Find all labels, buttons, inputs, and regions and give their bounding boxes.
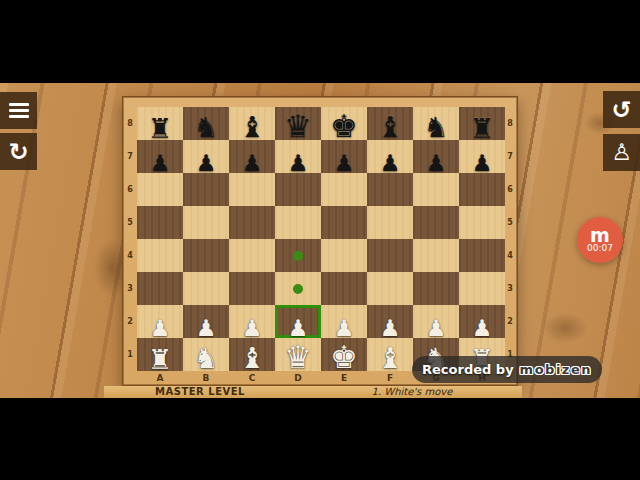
rank-label-6-left: 6	[123, 173, 137, 206]
piece-white-pawn-h2[interactable]: ♟	[459, 317, 505, 340]
rotate-board-icon: ↻	[8, 140, 28, 164]
hamburger-menu-icon	[9, 109, 29, 112]
piece-white-pawn-b2[interactable]: ♟	[183, 317, 229, 340]
square-e3[interactable]	[321, 272, 367, 305]
piece-black-bishop-c8[interactable]: ♝	[229, 113, 275, 142]
square-e6[interactable]	[321, 173, 367, 206]
rank-label-4-right: 4	[503, 239, 517, 272]
flip-board-button[interactable]: ↻	[0, 133, 37, 170]
square-b1[interactable]: ♞	[183, 338, 229, 371]
mobizen-wordmark: mobizen	[520, 362, 592, 377]
square-c2[interactable]: ♟	[229, 305, 275, 338]
file-label-b: B	[183, 371, 229, 385]
rank-label-1-left: 1	[123, 338, 137, 371]
square-h8[interactable]: ♜	[459, 107, 505, 140]
square-d8[interactable]: ♛	[275, 107, 321, 140]
undo-arrow-icon: ↺	[611, 98, 631, 122]
piece-black-queen-d8[interactable]: ♛	[275, 111, 321, 142]
square-e7[interactable]: ♟	[321, 140, 367, 173]
rank-label-3-left: 3	[123, 272, 137, 305]
recorded-by-badge: Recorded by mobizen	[412, 356, 602, 383]
square-a7[interactable]: ♟	[137, 140, 183, 173]
square-c5[interactable]	[229, 206, 275, 239]
square-d2[interactable]: ♟	[275, 305, 321, 338]
square-h6[interactable]	[459, 173, 505, 206]
piece-black-rook-a8[interactable]: ♜	[137, 115, 183, 142]
rank-labels-left: 87654321	[123, 107, 137, 371]
piece-black-bishop-f8[interactable]: ♝	[367, 113, 413, 142]
square-a4[interactable]	[137, 239, 183, 272]
square-d1[interactable]: ♛	[275, 338, 321, 371]
square-h2[interactable]: ♟	[459, 305, 505, 338]
square-g8[interactable]: ♞	[413, 107, 459, 140]
piece-white-pawn-a2[interactable]: ♟	[137, 317, 183, 340]
square-b2[interactable]: ♟	[183, 305, 229, 338]
rank-label-5-left: 5	[123, 206, 137, 239]
pawn-player-icon: ♙	[611, 141, 632, 164]
square-e4[interactable]	[321, 239, 367, 272]
piece-black-knight-b8[interactable]: ♞	[183, 114, 229, 142]
square-h4[interactable]	[459, 239, 505, 272]
square-a8[interactable]: ♜	[137, 107, 183, 140]
piece-white-pawn-f2[interactable]: ♟	[367, 317, 413, 340]
piece-white-knight-b1[interactable]: ♞	[183, 345, 229, 373]
square-g6[interactable]	[413, 173, 459, 206]
square-f6[interactable]	[367, 173, 413, 206]
square-c8[interactable]: ♝	[229, 107, 275, 140]
square-f4[interactable]	[367, 239, 413, 272]
mobizen-logo-icon: m	[590, 227, 610, 244]
square-g4[interactable]	[413, 239, 459, 272]
rank-labels-right: 87654321	[503, 107, 517, 371]
piece-black-pawn-a7[interactable]: ♟	[137, 152, 183, 175]
square-d7[interactable]: ♟	[275, 140, 321, 173]
square-d4[interactable]	[275, 239, 321, 272]
square-f3[interactable]	[367, 272, 413, 305]
rank-label-7-left: 7	[123, 140, 137, 173]
file-label-f: F	[367, 371, 413, 385]
difficulty-level-label: MASTER LEVEL	[155, 386, 245, 398]
file-label-c: C	[229, 371, 275, 385]
mobizen-recorder-bubble[interactable]: m 00:07	[577, 217, 623, 263]
square-f2[interactable]: ♟	[367, 305, 413, 338]
piece-black-pawn-h7[interactable]: ♟	[459, 152, 505, 175]
rank-label-7-right: 7	[503, 140, 517, 173]
square-b5[interactable]	[183, 206, 229, 239]
square-c3[interactable]	[229, 272, 275, 305]
app-screen: ♜♞♝♛♚♝♞♜♟♟♟♟♟♟♟♟♟♟♟♟♟♟♟♟♜♞♝♛♚♝♞♜ 8765432…	[0, 0, 640, 480]
piece-white-pawn-d2[interactable]: ♟	[275, 317, 321, 340]
square-g2[interactable]: ♟	[413, 305, 459, 338]
square-h5[interactable]	[459, 206, 505, 239]
rank-label-8-right: 8	[503, 107, 517, 140]
rank-label-8-left: 8	[123, 107, 137, 140]
piece-black-knight-g8[interactable]: ♞	[413, 114, 459, 142]
square-a6[interactable]	[137, 173, 183, 206]
piece-white-pawn-c2[interactable]: ♟	[229, 317, 275, 340]
move-hint-dot-d4[interactable]	[293, 251, 303, 261]
square-g7[interactable]: ♟	[413, 140, 459, 173]
file-label-e: E	[321, 371, 367, 385]
recorded-by-text: Recorded by	[422, 362, 514, 377]
square-f1[interactable]: ♝	[367, 338, 413, 371]
square-c6[interactable]	[229, 173, 275, 206]
menu-button[interactable]	[0, 92, 37, 129]
square-c7[interactable]: ♟	[229, 140, 275, 173]
square-g3[interactable]	[413, 272, 459, 305]
square-g5[interactable]	[413, 206, 459, 239]
square-e8[interactable]: ♚	[321, 107, 367, 140]
square-f8[interactable]: ♝	[367, 107, 413, 140]
square-b7[interactable]: ♟	[183, 140, 229, 173]
square-b4[interactable]	[183, 239, 229, 272]
square-b3[interactable]	[183, 272, 229, 305]
square-a5[interactable]	[137, 206, 183, 239]
square-c4[interactable]	[229, 239, 275, 272]
piece-black-pawn-d7[interactable]: ♟	[275, 152, 321, 175]
piece-black-pawn-f7[interactable]: ♟	[367, 152, 413, 175]
square-f5[interactable]	[367, 206, 413, 239]
square-a3[interactable]	[137, 272, 183, 305]
rank-label-2-right: 2	[503, 305, 517, 338]
player-button[interactable]: ♙	[603, 134, 640, 171]
move-status-label: 1. White's move	[372, 386, 453, 398]
file-label-d: D	[275, 371, 321, 385]
piece-black-king-e8[interactable]: ♚	[321, 111, 367, 142]
piece-black-pawn-b7[interactable]: ♟	[183, 152, 229, 175]
square-a1[interactable]: ♜	[137, 338, 183, 371]
piece-black-pawn-g7[interactable]: ♟	[413, 152, 459, 175]
rank-label-2-left: 2	[123, 305, 137, 338]
undo-button[interactable]: ↺	[603, 91, 640, 128]
piece-white-king-e1[interactable]: ♚	[321, 342, 367, 373]
piece-white-rook-a1[interactable]: ♜	[137, 346, 183, 373]
square-h7[interactable]: ♟	[459, 140, 505, 173]
square-a2[interactable]: ♟	[137, 305, 183, 338]
square-b8[interactable]: ♞	[183, 107, 229, 140]
piece-black-pawn-e7[interactable]: ♟	[321, 152, 367, 175]
letterbox-bottom	[0, 398, 640, 480]
board-squares: ♜♞♝♛♚♝♞♜♟♟♟♟♟♟♟♟♟♟♟♟♟♟♟♟♜♞♝♛♚♝♞♜	[137, 107, 505, 371]
rank-label-5-right: 5	[503, 206, 517, 239]
square-d3[interactable]	[275, 272, 321, 305]
square-e1[interactable]: ♚	[321, 338, 367, 371]
square-d6[interactable]	[275, 173, 321, 206]
file-label-a: A	[137, 371, 183, 385]
piece-black-pawn-c7[interactable]: ♟	[229, 152, 275, 175]
square-b6[interactable]	[183, 173, 229, 206]
chess-board: ♜♞♝♛♚♝♞♜♟♟♟♟♟♟♟♟♟♟♟♟♟♟♟♟♜♞♝♛♚♝♞♜ 8765432…	[122, 96, 518, 386]
piece-white-queen-d1[interactable]: ♛	[275, 342, 321, 373]
piece-white-pawn-e2[interactable]: ♟	[321, 317, 367, 340]
square-f7[interactable]: ♟	[367, 140, 413, 173]
square-c1[interactable]: ♝	[229, 338, 275, 371]
recording-timer: 00:07	[587, 244, 613, 253]
square-d5[interactable]	[275, 206, 321, 239]
letterbox-top	[0, 0, 640, 83]
rank-label-4-left: 4	[123, 239, 137, 272]
piece-white-bishop-f1[interactable]: ♝	[367, 344, 413, 373]
rank-label-3-right: 3	[503, 272, 517, 305]
rank-label-6-right: 6	[503, 173, 517, 206]
piece-black-rook-h8[interactable]: ♜	[459, 115, 505, 142]
piece-white-bishop-c1[interactable]: ♝	[229, 344, 275, 373]
square-e5[interactable]	[321, 206, 367, 239]
move-hint-dot-d3[interactable]	[293, 284, 303, 294]
piece-white-pawn-g2[interactable]: ♟	[413, 317, 459, 340]
square-e2[interactable]: ♟	[321, 305, 367, 338]
square-h3[interactable]	[459, 272, 505, 305]
